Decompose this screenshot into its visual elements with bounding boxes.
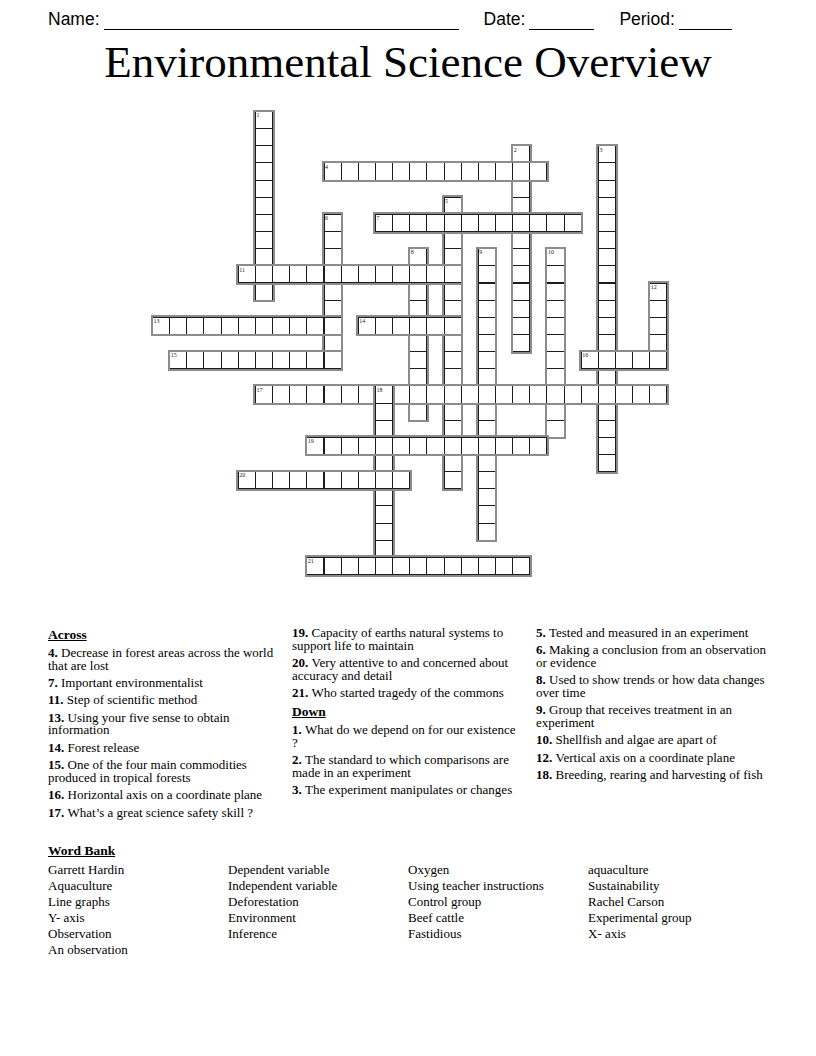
grid-cell[interactable]	[546, 214, 564, 232]
grid-cell[interactable]	[272, 385, 290, 403]
grid-cell[interactable]	[324, 283, 342, 301]
grid-cell[interactable]	[478, 265, 496, 283]
grid-cell[interactable]	[341, 471, 359, 489]
grid-cell[interactable]	[512, 214, 530, 232]
grid-cell[interactable]	[444, 283, 462, 301]
clue-number: 14	[359, 318, 365, 324]
grid-cell[interactable]	[358, 385, 376, 403]
word-bank-title: Word Bank	[48, 843, 770, 858]
grid-cell[interactable]	[461, 385, 479, 403]
grid-cell[interactable]	[478, 214, 496, 232]
grid-cell[interactable]	[495, 162, 513, 180]
grid-cell[interactable]	[409, 300, 427, 318]
grid-cell[interactable]	[255, 145, 273, 163]
grid-cell[interactable]	[478, 471, 496, 489]
grid-cell[interactable]	[306, 317, 324, 335]
grid-cell[interactable]	[649, 385, 667, 403]
word-bank-word: Aquaculture	[48, 878, 228, 894]
grid-cell[interactable]	[375, 505, 393, 523]
word-bank-word: Line graphs	[48, 894, 228, 910]
grid-cell[interactable]	[255, 471, 273, 489]
grid-cell[interactable]	[546, 300, 564, 318]
grid-cell[interactable]	[324, 248, 342, 266]
clue-11: 11. Step of scientific method	[48, 694, 278, 707]
grid-cell[interactable]	[358, 265, 376, 283]
grid-cell[interactable]	[512, 197, 530, 215]
grid-cell[interactable]	[375, 471, 393, 489]
grid-cell[interactable]	[598, 180, 616, 198]
grid-cell[interactable]	[426, 437, 444, 455]
grid-cell[interactable]	[186, 351, 204, 369]
grid-cell[interactable]	[358, 557, 376, 575]
grid-cell[interactable]	[392, 162, 410, 180]
grid-cell[interactable]	[512, 180, 530, 198]
grid-cell[interactable]	[409, 334, 427, 352]
grid-cell[interactable]	[341, 265, 359, 283]
grid-cell[interactable]	[444, 351, 462, 369]
grid-cell[interactable]	[546, 385, 564, 403]
grid-cell[interactable]	[615, 385, 633, 403]
grid-cell[interactable]	[598, 231, 616, 249]
clue-8: 8. Used to show trends or how data chang…	[536, 674, 766, 699]
grid-cell[interactable]	[598, 437, 616, 455]
grid-cell[interactable]	[598, 214, 616, 232]
grid-cell[interactable]	[495, 437, 513, 455]
grid-cell[interactable]	[221, 351, 239, 369]
grid-cell[interactable]	[495, 214, 513, 232]
grid-cell[interactable]	[512, 557, 530, 575]
grid-cell[interactable]	[358, 471, 376, 489]
grid-cell[interactable]	[546, 403, 564, 421]
grid-cell[interactable]	[444, 385, 462, 403]
grid-cell[interactable]	[512, 317, 530, 335]
grid-cell[interactable]	[341, 162, 359, 180]
grid-cell[interactable]	[324, 437, 342, 455]
word-bank-word: Oxygen	[408, 862, 588, 878]
grid-cell[interactable]	[478, 437, 496, 455]
grid-cell[interactable]	[392, 471, 410, 489]
grid-cell[interactable]	[409, 283, 427, 301]
grid-cell[interactable]	[426, 214, 444, 232]
grid-cell[interactable]	[426, 265, 444, 283]
grid-cell[interactable]	[392, 265, 410, 283]
clue-number: 21	[308, 558, 314, 564]
grid-cell[interactable]	[255, 317, 273, 335]
clue-13: 13. Using your five sense to obtain info…	[48, 712, 278, 737]
grid-cell[interactable]	[392, 317, 410, 335]
grid-cell[interactable]	[649, 300, 667, 318]
grid-cell[interactable]	[581, 385, 599, 403]
grid-cell[interactable]	[238, 351, 256, 369]
grid-cell[interactable]	[598, 300, 616, 318]
grid-cell[interactable]	[255, 197, 273, 215]
clue-number: 13	[154, 318, 160, 324]
word-bank-columns: Garrett HardinAquacultureLine graphsY- a…	[48, 862, 770, 959]
name-blank-line[interactable]	[104, 9, 459, 30]
grid-cell[interactable]	[512, 300, 530, 318]
clues-across-header: Across	[48, 627, 278, 642]
grid-cell[interactable]	[444, 248, 462, 266]
grid-cell[interactable]	[495, 385, 513, 403]
grid-cell[interactable]	[598, 368, 616, 386]
grid-cell[interactable]	[529, 437, 547, 455]
date-blank-line[interactable]	[529, 9, 594, 30]
grid-cell[interactable]	[478, 385, 496, 403]
grid-cell[interactable]	[444, 420, 462, 438]
grid-cell[interactable]	[546, 351, 564, 369]
period-blank-line[interactable]	[679, 9, 732, 30]
grid-cell[interactable]	[444, 557, 462, 575]
grid-cell[interactable]	[375, 403, 393, 421]
grid-cell[interactable]	[546, 420, 564, 438]
word-bank-word: Experimental group	[588, 910, 692, 926]
grid-cell[interactable]	[478, 300, 496, 318]
grid-cell[interactable]	[238, 317, 256, 335]
clue-10: 10. Shellfish and algae are apart of	[536, 734, 766, 747]
grid-cell[interactable]	[375, 317, 393, 335]
grid-cell[interactable]	[461, 557, 479, 575]
grid-cell[interactable]	[409, 368, 427, 386]
grid-cell[interactable]	[444, 300, 462, 318]
grid-cell[interactable]	[598, 265, 616, 283]
clue-15: 15. One of the four main commodities pro…	[48, 759, 278, 784]
clues-section: Across4. Decrease in forest areas across…	[48, 627, 766, 824]
clue-20: 20. Very attentive to and concerned abou…	[292, 657, 522, 682]
clue-6: 6. Making a conclusion from an observati…	[536, 644, 766, 669]
date-label: Date:	[484, 8, 526, 30]
clue-1: 1. What do we depend on for our existenc…	[292, 724, 522, 749]
grid-cell[interactable]	[512, 162, 530, 180]
clues-column-1: Across4. Decrease in forest areas across…	[48, 627, 278, 824]
clue-number: 10	[548, 249, 554, 255]
grid-cell[interactable]	[409, 437, 427, 455]
grid-cell[interactable]	[478, 420, 496, 438]
grid-cell[interactable]	[444, 471, 462, 489]
clue-9: 9. Group that receives treatment in an e…	[536, 704, 766, 729]
grid-cell[interactable]	[221, 317, 239, 335]
grid-cell[interactable]	[478, 523, 496, 541]
grid-cell[interactable]	[512, 283, 530, 301]
grid-cell[interactable]	[289, 317, 307, 335]
grid-cell[interactable]	[375, 162, 393, 180]
grid-cell[interactable]	[203, 317, 221, 335]
grid-cell[interactable]	[478, 162, 496, 180]
grid-cell[interactable]	[409, 385, 427, 403]
grid-cell[interactable]	[324, 334, 342, 352]
grid-cell[interactable]	[341, 385, 359, 403]
grid-cell[interactable]	[529, 162, 547, 180]
clue-number: 6	[325, 215, 328, 221]
grid-cell[interactable]	[649, 334, 667, 352]
clue-number: 18	[376, 387, 382, 393]
grid-cell[interactable]	[598, 385, 616, 403]
grid-cell[interactable]	[409, 557, 427, 575]
grid-cell[interactable]	[512, 231, 530, 249]
clue-3: 3. The experiment manipulates or changes	[292, 784, 522, 797]
clue-number: 16	[582, 352, 588, 358]
grid-cell[interactable]	[615, 351, 633, 369]
grid-cell[interactable]	[409, 265, 427, 283]
grid-cell[interactable]	[478, 317, 496, 335]
clue-number: 9	[479, 249, 482, 255]
grid-cell[interactable]	[289, 351, 307, 369]
grid-cell[interactable]	[598, 317, 616, 335]
grid-cell[interactable]	[306, 385, 324, 403]
grid-cell[interactable]	[324, 471, 342, 489]
grid-cell[interactable]	[598, 197, 616, 215]
grid-cell[interactable]	[375, 265, 393, 283]
word-bank-column: aquacultureSustainabilityRachel CarsonEx…	[588, 862, 692, 959]
grid-cell[interactable]	[306, 265, 324, 283]
word-bank-word: Deforestation	[228, 894, 408, 910]
grid-cell[interactable]	[255, 351, 273, 369]
grid-cell[interactable]	[255, 180, 273, 198]
grid-cell[interactable]	[598, 420, 616, 438]
word-bank-word: An observation	[48, 942, 228, 958]
grid-cell[interactable]	[478, 488, 496, 506]
grid-cell[interactable]	[546, 283, 564, 301]
grid-cell[interactable]	[169, 317, 187, 335]
grid-cell[interactable]	[426, 162, 444, 180]
grid-cell[interactable]	[255, 265, 273, 283]
clue-18: 18. Breeding, rearing and harvesting of …	[536, 769, 766, 782]
grid-cell[interactable]	[324, 351, 342, 369]
grid-cell[interactable]	[409, 351, 427, 369]
clues-down-header: Down	[292, 704, 522, 719]
clue-number: 11	[239, 267, 245, 273]
grid-cell[interactable]	[324, 231, 342, 249]
word-bank-section: Word Bank Garrett HardinAquacultureLine …	[48, 843, 770, 959]
grid-cell[interactable]	[341, 437, 359, 455]
word-bank-column: OxygenUsing teacher instructionsControl …	[408, 862, 588, 959]
grid-cell[interactable]	[324, 385, 342, 403]
clues-column-2: 19. Capacity of earths natural systems t…	[292, 627, 522, 824]
crossword-grid: 123456789101112131415161718192021	[152, 111, 668, 575]
clue-number: 8	[411, 249, 414, 255]
grid-cell[interactable]	[255, 248, 273, 266]
grid-cell[interactable]	[478, 368, 496, 386]
clue-number: 20	[239, 472, 245, 478]
grid-cell[interactable]	[512, 385, 530, 403]
grid-cell[interactable]	[478, 454, 496, 472]
word-bank-column: Garrett HardinAquacultureLine graphsY- a…	[48, 862, 228, 959]
clue-number: 7	[376, 215, 379, 221]
clue-number: 4	[325, 164, 328, 170]
grid-cell[interactable]	[478, 403, 496, 421]
clue-number: 19	[308, 438, 314, 444]
clue-number: 17	[256, 387, 262, 393]
grid-cell[interactable]	[375, 454, 393, 472]
clue-16: 16. Horizontal axis on a coordinate plan…	[48, 789, 278, 802]
grid-cell[interactable]	[546, 334, 564, 352]
grid-cell[interactable]	[444, 231, 462, 249]
grid-cell[interactable]	[478, 557, 496, 575]
name-label: Name:	[48, 8, 100, 30]
grid-cell[interactable]	[255, 162, 273, 180]
grid-cell[interactable]	[546, 368, 564, 386]
grid-cell[interactable]	[598, 248, 616, 266]
grid-cell[interactable]	[186, 317, 204, 335]
grid-cell[interactable]	[598, 403, 616, 421]
grid-cell[interactable]	[324, 300, 342, 318]
clue-21: 21. Who started tragedy of the commons	[292, 687, 522, 700]
grid-cell[interactable]	[444, 334, 462, 352]
grid-cell[interactable]	[444, 437, 462, 455]
grid-cell[interactable]	[461, 214, 479, 232]
word-bank-word: Independent variable	[228, 878, 408, 894]
word-bank-word: Control group	[408, 894, 588, 910]
grid-cell[interactable]	[444, 368, 462, 386]
grid-cell[interactable]	[255, 283, 273, 301]
grid-cell[interactable]	[598, 454, 616, 472]
word-bank-word: Fastidious	[408, 926, 588, 942]
grid-cell[interactable]	[272, 317, 290, 335]
grid-cell[interactable]	[255, 231, 273, 249]
grid-cell[interactable]	[512, 265, 530, 283]
grid-cell[interactable]	[426, 557, 444, 575]
grid-cell[interactable]	[324, 317, 342, 335]
grid-cell[interactable]	[529, 214, 547, 232]
grid-cell[interactable]	[409, 317, 427, 335]
grid-cell[interactable]	[529, 385, 547, 403]
clue-number: 3	[599, 147, 602, 153]
grid-cell[interactable]	[341, 557, 359, 575]
grid-cell[interactable]	[426, 385, 444, 403]
grid-cell[interactable]	[392, 437, 410, 455]
grid-cell[interactable]	[444, 265, 462, 283]
grid-cell[interactable]	[632, 385, 650, 403]
grid-cell[interactable]	[375, 523, 393, 541]
grid-cell[interactable]	[512, 334, 530, 352]
grid-cell[interactable]	[358, 162, 376, 180]
clues-column-3: 5. Tested and measured in an experiment6…	[536, 627, 766, 824]
grid-cell[interactable]	[375, 488, 393, 506]
period-label: Period:	[619, 8, 674, 30]
grid-cell[interactable]	[289, 471, 307, 489]
grid-cell[interactable]	[564, 214, 582, 232]
grid-cell[interactable]	[203, 351, 221, 369]
grid-cell[interactable]	[409, 403, 427, 421]
grid-cell[interactable]	[255, 128, 273, 146]
grid-cell[interactable]	[444, 162, 462, 180]
grid-cell[interactable]	[324, 265, 342, 283]
grid-cell[interactable]	[306, 471, 324, 489]
word-bank-word: Y- axis	[48, 910, 228, 926]
word-bank-word: Dependent variable	[228, 862, 408, 878]
word-bank-word: Environment	[228, 910, 408, 926]
grid-cell[interactable]	[426, 317, 444, 335]
grid-cell[interactable]	[478, 334, 496, 352]
clue-number: 12	[651, 284, 657, 290]
grid-cell[interactable]	[478, 505, 496, 523]
clue-19: 19. Capacity of earths natural systems t…	[292, 627, 522, 652]
grid-cell[interactable]	[546, 317, 564, 335]
clue-5: 5. Tested and measured in an experiment	[536, 627, 766, 640]
clue-2: 2. The standard to which comparisons are…	[292, 754, 522, 779]
grid-cell[interactable]	[649, 317, 667, 335]
word-bank-column: Dependent variableIndependent variableDe…	[228, 862, 408, 959]
grid-cell[interactable]	[478, 283, 496, 301]
grid-cell[interactable]	[461, 437, 479, 455]
word-bank-word: X- axis	[588, 926, 692, 942]
grid-cell[interactable]	[375, 420, 393, 438]
grid-cell[interactable]	[392, 385, 410, 403]
grid-cell[interactable]	[598, 283, 616, 301]
grid-cell[interactable]	[598, 351, 616, 369]
grid-cell[interactable]	[409, 162, 427, 180]
clue-number: 1	[256, 112, 259, 118]
grid-cell[interactable]	[306, 351, 324, 369]
grid-cell[interactable]	[598, 162, 616, 180]
grid-cell[interactable]	[272, 471, 290, 489]
grid-cell[interactable]	[375, 437, 393, 455]
grid-cell[interactable]	[546, 265, 564, 283]
word-bank-word: Beef cattle	[408, 910, 588, 926]
grid-cell[interactable]	[444, 454, 462, 472]
grid-cell[interactable]	[392, 214, 410, 232]
grid-cell[interactable]	[289, 265, 307, 283]
clue-14: 14. Forest release	[48, 742, 278, 755]
grid-cell[interactable]	[649, 351, 667, 369]
grid-cell[interactable]	[495, 557, 513, 575]
grid-cell[interactable]	[392, 557, 410, 575]
grid-cell[interactable]	[375, 557, 393, 575]
grid-cell[interactable]	[289, 385, 307, 403]
clue-4: 4. Decrease in forest areas across the w…	[48, 647, 278, 672]
clue-7: 7. Important environmentalist	[48, 677, 278, 690]
page-title: Environmental Science Overview	[0, 36, 816, 88]
word-bank-word: Inference	[228, 926, 408, 942]
word-bank-word: Observation	[48, 926, 228, 942]
grid-cell[interactable]	[461, 162, 479, 180]
grid-cell[interactable]	[632, 351, 650, 369]
clue-12: 12. Vertical axis on a coordinate plane	[536, 752, 766, 765]
grid-cell[interactable]	[272, 265, 290, 283]
grid-cell[interactable]	[409, 214, 427, 232]
grid-cell[interactable]	[444, 317, 462, 335]
grid-cell[interactable]	[358, 437, 376, 455]
clue-17: 17. What’s a great science safety skill …	[48, 807, 278, 820]
grid-cell[interactable]	[272, 351, 290, 369]
word-bank-word: Garrett Hardin	[48, 862, 228, 878]
clue-number: 2	[514, 147, 517, 153]
grid-cell[interactable]	[324, 557, 342, 575]
clue-number: 5	[445, 198, 448, 204]
word-bank-word: Rachel Carson	[588, 894, 692, 910]
grid-cell[interactable]	[444, 214, 462, 232]
word-bank-word: Sustainability	[588, 878, 692, 894]
grid-cell[interactable]	[255, 214, 273, 232]
grid-cell[interactable]	[512, 437, 530, 455]
word-bank-word: aquaculture	[588, 862, 692, 878]
grid-cell[interactable]	[375, 540, 393, 558]
worksheet-header: Name: Date: Period:	[48, 8, 732, 30]
grid-cell[interactable]	[478, 351, 496, 369]
grid-cell[interactable]	[564, 385, 582, 403]
grid-cell[interactable]	[598, 334, 616, 352]
word-bank-word: Using teacher instructions	[408, 878, 588, 894]
clue-number: 15	[171, 352, 177, 358]
grid-cell[interactable]	[512, 248, 530, 266]
grid-cell[interactable]	[444, 403, 462, 421]
